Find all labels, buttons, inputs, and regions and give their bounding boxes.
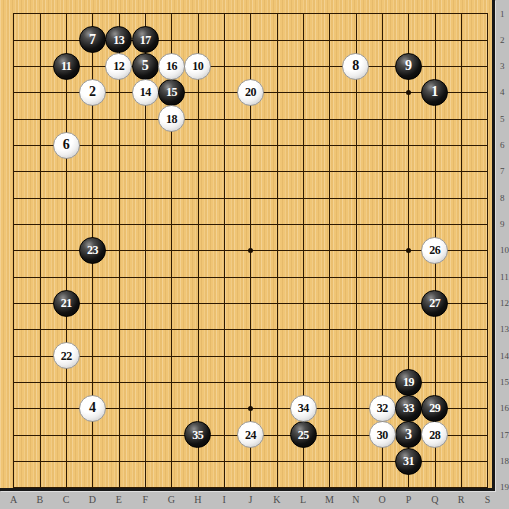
stone-white-move-28: 28	[421, 421, 448, 448]
move-number: 24	[245, 428, 256, 440]
row-label-6: 6	[500, 139, 509, 151]
star-point	[248, 406, 253, 411]
star-point	[406, 248, 411, 253]
go-diagram-screen: 1234567891011121314151617181920212223242…	[0, 0, 509, 509]
stone-black-move-19: 19	[395, 369, 422, 396]
move-number: 32	[377, 402, 388, 414]
stone-white-move-20: 20	[237, 79, 264, 106]
column-label-S: S	[477, 493, 497, 507]
move-number: 6	[63, 138, 70, 152]
stone-white-move-16: 16	[158, 53, 185, 80]
star-point	[406, 90, 411, 95]
column-label-L: L	[293, 493, 313, 507]
row-label-18: 18	[500, 455, 509, 467]
row-label-11: 11	[500, 271, 509, 283]
move-number: 13	[113, 33, 124, 45]
move-number: 9	[405, 59, 412, 73]
column-label-A: A	[4, 493, 24, 507]
column-label-J: J	[240, 493, 260, 507]
stone-black-move-31: 31	[395, 448, 422, 475]
move-number: 25	[298, 428, 309, 440]
row-label-12: 12	[500, 297, 509, 309]
move-number: 10	[192, 60, 203, 72]
stone-black-move-13: 13	[105, 26, 132, 53]
row-label-4: 4	[500, 86, 509, 98]
row-label-8: 8	[500, 192, 509, 204]
column-label-K: K	[267, 493, 287, 507]
column-label-M: M	[319, 493, 339, 507]
move-number: 34	[298, 402, 309, 414]
column-label-F: F	[135, 493, 155, 507]
stone-white-move-26: 26	[421, 237, 448, 264]
move-number: 7	[89, 32, 96, 46]
column-label-Q: Q	[425, 493, 445, 507]
move-number: 30	[377, 428, 388, 440]
move-number: 26	[429, 244, 440, 256]
column-label-I: I	[214, 493, 234, 507]
grid-line-horizontal	[14, 356, 488, 357]
grid-line-vertical	[277, 14, 278, 488]
row-label-16: 16	[500, 402, 509, 414]
column-label-C: C	[56, 493, 76, 507]
move-number: 18	[166, 112, 177, 124]
row-label-3: 3	[500, 60, 509, 72]
column-label-P: P	[398, 493, 418, 507]
move-number: 29	[429, 402, 440, 414]
column-label-G: G	[161, 493, 181, 507]
row-label-2: 2	[500, 34, 509, 46]
grid-line-vertical	[461, 14, 462, 488]
stone-black-move-5: 5	[132, 53, 159, 80]
stone-black-move-15: 15	[158, 79, 185, 106]
move-number: 28	[429, 428, 440, 440]
move-number: 3	[405, 427, 412, 441]
stone-black-move-35: 35	[184, 421, 211, 448]
stone-black-move-7: 7	[79, 26, 106, 53]
grid-line-horizontal	[14, 277, 488, 278]
grid-line-vertical	[329, 14, 330, 488]
column-label-O: O	[372, 493, 392, 507]
star-point	[248, 248, 253, 253]
move-number: 12	[113, 60, 124, 72]
stone-white-move-10: 10	[184, 53, 211, 80]
move-number: 4	[89, 401, 96, 415]
column-label-H: H	[188, 493, 208, 507]
stone-black-move-3: 3	[395, 421, 422, 448]
move-number: 1	[431, 85, 438, 99]
stone-black-move-1: 1	[421, 79, 448, 106]
row-label-13: 13	[500, 323, 509, 335]
stone-white-move-24: 24	[237, 421, 264, 448]
move-number: 11	[61, 60, 71, 72]
move-number: 31	[403, 455, 414, 467]
row-label-19: 19	[500, 481, 509, 493]
move-number: 20	[245, 86, 256, 98]
move-number: 15	[166, 86, 177, 98]
move-number: 33	[403, 402, 414, 414]
stone-black-move-29: 29	[421, 395, 448, 422]
stone-black-move-11: 11	[53, 53, 80, 80]
column-label-E: E	[109, 493, 129, 507]
stone-black-move-9: 9	[395, 53, 422, 80]
move-number: 22	[61, 349, 72, 361]
stone-black-move-17: 17	[132, 26, 159, 53]
stone-white-move-2: 2	[79, 79, 106, 106]
move-number: 21	[61, 297, 72, 309]
stone-black-move-25: 25	[290, 421, 317, 448]
stone-white-move-12: 12	[105, 53, 132, 80]
go-board[interactable]: 1234567891011121314151617181920212223242…	[0, 0, 495, 491]
row-label-15: 15	[500, 376, 509, 388]
stone-white-move-30: 30	[369, 421, 396, 448]
stone-black-move-27: 27	[421, 290, 448, 317]
row-label-7: 7	[500, 165, 509, 177]
grid-line-horizontal	[14, 329, 488, 330]
move-number: 14	[140, 86, 151, 98]
stone-black-move-33: 33	[395, 395, 422, 422]
move-number: 35	[192, 428, 203, 440]
move-number: 16	[166, 60, 177, 72]
stone-black-move-21: 21	[53, 290, 80, 317]
move-number: 17	[140, 33, 151, 45]
grid-line-vertical	[356, 14, 357, 488]
stone-white-move-18: 18	[158, 105, 185, 132]
row-label-9: 9	[500, 218, 509, 230]
row-label-5: 5	[500, 113, 509, 125]
move-number: 27	[429, 297, 440, 309]
stone-white-move-8: 8	[342, 53, 369, 80]
stone-white-move-32: 32	[369, 395, 396, 422]
row-label-17: 17	[500, 429, 509, 441]
move-number: 2	[89, 85, 96, 99]
row-label-14: 14	[500, 350, 509, 362]
column-label-B: B	[30, 493, 50, 507]
stone-white-move-4: 4	[79, 395, 106, 422]
stone-white-move-14: 14	[132, 79, 159, 106]
column-label-D: D	[82, 493, 102, 507]
move-number: 23	[87, 244, 98, 256]
move-number: 19	[403, 376, 414, 388]
stone-black-move-23: 23	[79, 237, 106, 264]
stone-white-move-34: 34	[290, 395, 317, 422]
column-label-R: R	[451, 493, 471, 507]
move-number: 8	[352, 59, 359, 73]
row-label-1: 1	[500, 8, 509, 20]
move-number: 5	[142, 59, 149, 73]
row-label-10: 10	[500, 244, 509, 256]
stone-white-move-6: 6	[53, 132, 80, 159]
column-label-N: N	[346, 493, 366, 507]
grid-line-horizontal	[14, 303, 488, 304]
stone-white-move-22: 22	[53, 342, 80, 369]
